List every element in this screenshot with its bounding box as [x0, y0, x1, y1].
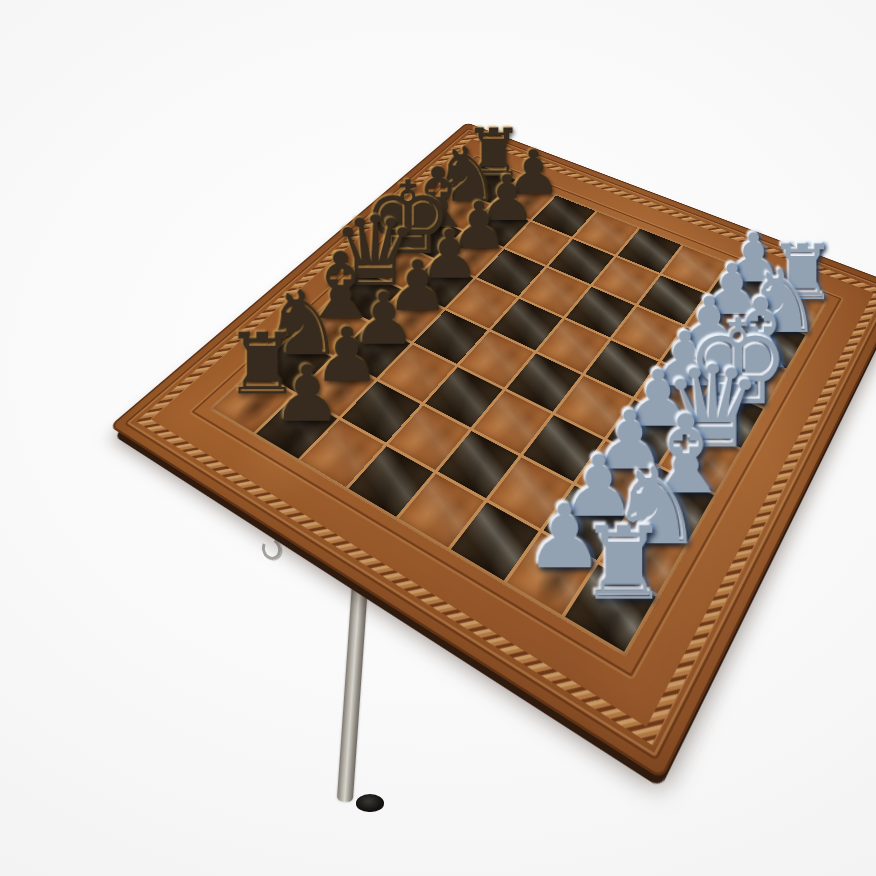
- chessboard: ♜♞♝♛♚♝♞♜♟♟♟♟♟♟♟♟♟♟♟♟♟♟♟♟♜♞♝♛♚♝♞♜: [112, 124, 876, 776]
- piece-white-rook-a1: ♜: [579, 514, 670, 615]
- piece-black-pawn-a7: ♟: [272, 354, 342, 432]
- photo-scene: ♜♞♝♛♚♝♞♜♟♟♟♟♟♟♟♟♟♟♟♟♟♟♟♟♜♞♝♛♚♝♞♜: [0, 0, 876, 876]
